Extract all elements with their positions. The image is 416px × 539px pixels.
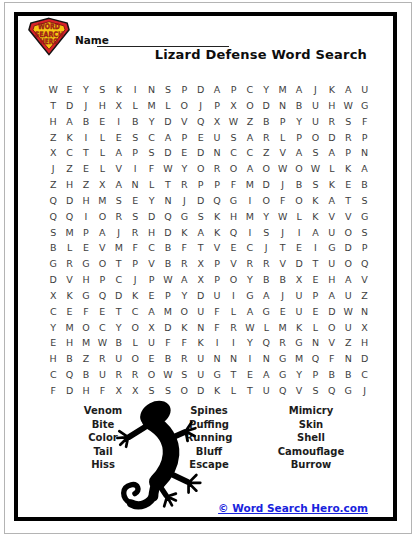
grid-cell: F: [45, 383, 61, 399]
grid-cell: A: [324, 145, 340, 161]
grid-cell: S: [307, 145, 323, 161]
grid-cell: L: [324, 161, 340, 177]
grid-cell: H: [324, 272, 340, 288]
grid-cell: V: [209, 240, 225, 256]
grid-cell: V: [291, 383, 307, 399]
grid-cell: N: [209, 351, 225, 367]
grid-cell: R: [94, 351, 110, 367]
grid-cell: P: [340, 145, 356, 161]
grid-cell: T: [111, 256, 127, 272]
grid-cell: R: [258, 256, 274, 272]
grid-cell: N: [193, 319, 209, 335]
grid-cell: N: [307, 335, 323, 351]
grid-cell: F: [324, 351, 340, 367]
grid-cell: W: [340, 304, 356, 320]
logo-hero: HERO: [40, 37, 59, 46]
grid-cell: M: [111, 240, 127, 256]
grid-cell: B: [78, 367, 94, 383]
grid-cell: E: [225, 240, 241, 256]
grid-cell: C: [143, 129, 159, 145]
grid-cell: G: [340, 383, 356, 399]
grid-cell: U: [324, 224, 340, 240]
grid-cell: D: [340, 240, 356, 256]
grid-cell: A: [176, 272, 192, 288]
grid-cell: D: [160, 319, 176, 335]
grid-cell: M: [61, 224, 77, 240]
grid-cell: D: [45, 272, 61, 288]
grid-cell: P: [160, 288, 176, 304]
grid-cell: P: [356, 240, 372, 256]
grid-cell: P: [307, 367, 323, 383]
grid-cell: O: [225, 161, 241, 177]
word-list-column-3: MimicrySkinShellCamouflageBurrow: [266, 404, 356, 472]
grid-cell: O: [242, 98, 258, 114]
grid-cell: C: [242, 240, 258, 256]
grid-cell: C: [111, 272, 127, 288]
grid-cell: N: [356, 145, 372, 161]
grid-cell: O: [78, 319, 94, 335]
grid-cell: X: [111, 98, 127, 114]
grid-cell: U: [340, 288, 356, 304]
grid-cell: K: [340, 161, 356, 177]
grid-cell: B: [291, 177, 307, 193]
grid-cell: Y: [176, 161, 192, 177]
grid-cell: P: [176, 82, 192, 98]
grid-cell: X: [127, 383, 143, 399]
grid-cell: J: [274, 224, 290, 240]
grid-cell: M: [242, 209, 258, 225]
grid-cell: S: [307, 383, 323, 399]
grid-cell: S: [193, 209, 209, 225]
grid-cell: Q: [61, 209, 77, 225]
grid-cell: V: [340, 209, 356, 225]
grid-cell: S: [176, 367, 192, 383]
grid-cell: U: [340, 319, 356, 335]
grid-cell: R: [61, 256, 77, 272]
grid-cell: E: [143, 288, 159, 304]
grid-cell: T: [340, 193, 356, 209]
grid-cell: V: [94, 240, 110, 256]
grid-cell: T: [274, 240, 290, 256]
grid-cell: R: [176, 256, 192, 272]
grid-cell: C: [225, 145, 241, 161]
grid-cell: X: [45, 288, 61, 304]
grid-cell: K: [307, 193, 323, 209]
grid-cell: K: [209, 224, 225, 240]
grid-cell: Q: [225, 224, 241, 240]
word-list-item: Shell: [266, 431, 356, 445]
grid-cell: O: [94, 209, 110, 225]
grid-cell: D: [61, 383, 77, 399]
grid-cell: W: [340, 98, 356, 114]
grid-cell: V: [274, 145, 290, 161]
grid-cell: K: [324, 82, 340, 98]
grid-cell: I: [127, 82, 143, 98]
grid-cell: B: [160, 240, 176, 256]
grid-cell: X: [143, 319, 159, 335]
grid-cell: D: [356, 351, 372, 367]
grid-cell: R: [274, 335, 290, 351]
word-list-item: Burrow: [266, 458, 356, 472]
grid-cell: P: [307, 288, 323, 304]
grid-cell: S: [143, 145, 159, 161]
grid-cell: V: [176, 114, 192, 130]
grid-cell: J: [78, 98, 94, 114]
grid-cell: A: [143, 304, 159, 320]
grid-cell: O: [324, 319, 340, 335]
grid-cell: Q: [61, 367, 77, 383]
grid-cell: T: [160, 177, 176, 193]
grid-cell: C: [94, 319, 110, 335]
grid-cell: Q: [193, 114, 209, 130]
grid-cell: T: [242, 383, 258, 399]
grid-cell: C: [242, 82, 258, 98]
name-blank-line[interactable]: [97, 36, 229, 47]
grid-cell: H: [45, 114, 61, 130]
grid-cell: Y: [258, 82, 274, 98]
grid-cell: W: [94, 335, 110, 351]
grid-cell: X: [356, 319, 372, 335]
grid-cell: I: [127, 161, 143, 177]
grid-cell: P: [143, 272, 159, 288]
grid-cell: P: [127, 256, 143, 272]
grid-cell: J: [111, 224, 127, 240]
grid-cell: P: [94, 272, 110, 288]
grid-cell: E: [94, 304, 110, 320]
grid-cell: A: [324, 288, 340, 304]
grid-cell: O: [291, 193, 307, 209]
grid-cell: U: [193, 351, 209, 367]
word-list-item: Camouflage: [266, 445, 356, 459]
grid-cell: A: [160, 129, 176, 145]
grid-cell: X: [45, 145, 61, 161]
grid-cell: B: [45, 240, 61, 256]
grid-cell: D: [324, 129, 340, 145]
grid-cell: S: [94, 82, 110, 98]
grid-cell: E: [307, 304, 323, 320]
grid-cell: B: [78, 114, 94, 130]
grid-cell: I: [225, 335, 241, 351]
grid-cell: X: [209, 114, 225, 130]
grid-cell: L: [143, 177, 159, 193]
grid-cell: F: [209, 319, 225, 335]
grid-cell: L: [225, 304, 241, 320]
grid-cell: P: [291, 129, 307, 145]
grid-cell: M: [274, 82, 290, 98]
grid-cell: Y: [45, 319, 61, 335]
grid-cell: R: [127, 224, 143, 240]
grid-cell: F: [176, 335, 192, 351]
grid-cell: Z: [340, 335, 356, 351]
grid-cell: W: [45, 82, 61, 98]
grid-cell: O: [291, 161, 307, 177]
grid-cell: V: [324, 209, 340, 225]
grid-cell: U: [143, 335, 159, 351]
grid-cell: K: [324, 177, 340, 193]
grid-cell: O: [127, 351, 143, 367]
grid-cell: H: [61, 335, 77, 351]
grid-cell: M: [78, 335, 94, 351]
grid-cell: A: [291, 82, 307, 98]
grid-cell: G: [274, 367, 290, 383]
grid-cell: H: [78, 193, 94, 209]
grid-cell: G: [324, 240, 340, 256]
grid-cell: J: [127, 272, 143, 288]
grid-cell: T: [111, 304, 127, 320]
grid-cell: X: [193, 256, 209, 272]
grid-cell: R: [242, 256, 258, 272]
grid-cell: F: [356, 114, 372, 130]
grid-cell: Y: [258, 209, 274, 225]
grid-cell: I: [78, 209, 94, 225]
grid-cell: N: [225, 351, 241, 367]
grid-cell: Z: [78, 177, 94, 193]
grid-cell: O: [258, 161, 274, 177]
grid-cell: U: [111, 351, 127, 367]
grid-cell: S: [127, 209, 143, 225]
grid-cell: Q: [356, 256, 372, 272]
grid-cell: C: [45, 304, 61, 320]
grid-cell: B: [258, 272, 274, 288]
grid-cell: R: [209, 161, 225, 177]
grid-cell: E: [143, 351, 159, 367]
grid-cell: F: [78, 304, 94, 320]
grid-cell: N: [209, 145, 225, 161]
grid-cell: S: [45, 224, 61, 240]
grid-cell: U: [209, 129, 225, 145]
grid-cell: S: [160, 82, 176, 98]
grid-cell: X: [111, 383, 127, 399]
grid-cell: A: [94, 224, 110, 240]
grid-cell: W: [160, 272, 176, 288]
grid-cell: K: [176, 319, 192, 335]
grid-cell: V: [143, 256, 159, 272]
grid-cell: S: [143, 383, 159, 399]
grid-cell: E: [274, 304, 290, 320]
grid-cell: Z: [61, 161, 77, 177]
grid-cell: U: [193, 304, 209, 320]
grid-cell: H: [143, 224, 159, 240]
grid-cell: E: [291, 240, 307, 256]
grid-cell: J: [193, 98, 209, 114]
grid-cell: E: [242, 367, 258, 383]
grid-cell: J: [307, 82, 323, 98]
grid-cell: O: [340, 224, 356, 240]
grid-cell: S: [340, 114, 356, 130]
grid-cell: E: [176, 145, 192, 161]
grid-cell: K: [61, 288, 77, 304]
grid-cell: U: [258, 383, 274, 399]
grid-cell: L: [291, 209, 307, 225]
grid-cell: J: [45, 161, 61, 177]
grid-cell: V: [111, 161, 127, 177]
grid-cell: J: [274, 288, 290, 304]
grid-cell: R: [340, 129, 356, 145]
grid-cell: S: [356, 224, 372, 240]
grid-cell: Y: [291, 367, 307, 383]
grid-cell: Y: [78, 82, 94, 98]
grid-cell: T: [225, 367, 241, 383]
grid-cell: H: [61, 177, 77, 193]
grid-cell: M: [61, 319, 77, 335]
grid-cell: N: [160, 193, 176, 209]
grid-cell: D: [160, 145, 176, 161]
grid-cell: B: [274, 272, 290, 288]
grid-cell: E: [340, 177, 356, 193]
grid-cell: O: [307, 129, 323, 145]
grid-cell: E: [45, 335, 61, 351]
grid-cell: K: [307, 209, 323, 225]
grid-cell: L: [61, 240, 77, 256]
grid-cell: H: [78, 383, 94, 399]
grid-cell: R: [324, 114, 340, 130]
grid-cell: H: [45, 351, 61, 367]
grid-cell: D: [61, 193, 77, 209]
grid-cell: V: [356, 272, 372, 288]
grid-cell: A: [61, 114, 77, 130]
grid-cell: Z: [78, 351, 94, 367]
grid-cell: I: [242, 224, 258, 240]
grid-cell: Q: [274, 383, 290, 399]
grid-cell: D: [193, 145, 209, 161]
grid-cell: B: [291, 98, 307, 114]
grid-cell: A: [324, 193, 340, 209]
grid-cell: G: [209, 367, 225, 383]
grid-cell: D: [193, 288, 209, 304]
grid-cell: D: [291, 256, 307, 272]
grid-cell: T: [78, 145, 94, 161]
grid-cell: H: [78, 272, 94, 288]
grid-cell: D: [160, 224, 176, 240]
grid-cell: A: [356, 161, 372, 177]
grid-cell: K: [111, 82, 127, 98]
grid-cell: E: [94, 114, 110, 130]
grid-cell: P: [127, 145, 143, 161]
grid-cell: I: [209, 335, 225, 351]
grid-cell: L: [127, 335, 143, 351]
grid-cell: K: [193, 335, 209, 351]
grid-cell: R: [111, 209, 127, 225]
grid-cell: B: [111, 335, 127, 351]
grid-cell: N: [258, 351, 274, 367]
grid-cell: L: [94, 129, 110, 145]
grid-cell: D: [143, 209, 159, 225]
grid-cell: I: [242, 351, 258, 367]
grid-cell: T: [307, 256, 323, 272]
grid-cell: Z: [242, 114, 258, 130]
grid-cell: R: [225, 319, 241, 335]
grid-cell: A: [209, 82, 225, 98]
grid-cell: C: [242, 145, 258, 161]
grid-cell: X: [291, 272, 307, 288]
grid-cell: R: [176, 177, 192, 193]
grid-cell: E: [61, 82, 77, 98]
grid-cell: Z: [356, 288, 372, 304]
grid-cell: K: [176, 224, 192, 240]
grid-cell: U: [94, 367, 110, 383]
grid-cell: M: [160, 304, 176, 320]
word-search-hero-link[interactable]: © Word Search Hero.com: [218, 502, 368, 514]
grid-cell: R: [258, 129, 274, 145]
grid-cell: P: [209, 98, 225, 114]
grid-cell: M: [94, 193, 110, 209]
grid-cell: Y: [291, 114, 307, 130]
grid-cell: D: [258, 98, 274, 114]
grid-cell: Q: [324, 383, 340, 399]
grid-cell: A: [242, 304, 258, 320]
grid-cell: U: [307, 98, 323, 114]
grid-cell: R: [127, 367, 143, 383]
grid-cell: H: [324, 98, 340, 114]
grid-cell: U: [209, 288, 225, 304]
grid-cell: E: [193, 129, 209, 145]
grid-cell: A: [111, 177, 127, 193]
grid-cell: A: [111, 145, 127, 161]
grid-cell: W: [160, 367, 176, 383]
grid-cell: V: [324, 335, 340, 351]
grid-cell: O: [176, 304, 192, 320]
grid-cell: Z: [258, 145, 274, 161]
grid-cell: S: [160, 383, 176, 399]
grid-cell: W: [307, 161, 323, 177]
grid-cell: V: [61, 272, 77, 288]
grid-cell: D: [193, 383, 209, 399]
grid-cell: B: [61, 351, 77, 367]
grid-cell: L: [160, 98, 176, 114]
grid-cell: U: [324, 256, 340, 272]
grid-cell: L: [225, 383, 241, 399]
grid-cell: H: [94, 98, 110, 114]
grid-cell: C: [45, 367, 61, 383]
grid-cell: D: [111, 288, 127, 304]
grid-cell: P: [193, 177, 209, 193]
grid-cell: M: [291, 351, 307, 367]
word-list-item: Skin: [266, 418, 356, 432]
grid-cell: U: [307, 114, 323, 130]
grid-cell: S: [307, 177, 323, 193]
grid-cell: O: [176, 383, 192, 399]
grid-cell: O: [176, 98, 192, 114]
grid-cell: F: [274, 193, 290, 209]
grid-cell: P: [356, 129, 372, 145]
grid-cell: F: [94, 383, 110, 399]
grid-cell: C: [61, 145, 77, 161]
grid-cell: Y: [176, 288, 192, 304]
grid-cell: U: [356, 82, 372, 98]
grid-cell: R: [176, 351, 192, 367]
grid-cell: S: [258, 224, 274, 240]
grid-cell: K: [209, 209, 225, 225]
grid-cell: P: [225, 82, 241, 98]
grid-cell: W: [160, 161, 176, 177]
grid-cell: X: [193, 272, 209, 288]
grid-cell: G: [242, 288, 258, 304]
grid-cell: B: [127, 114, 143, 130]
grid-cell: E: [78, 161, 94, 177]
grid-cell: Q: [45, 193, 61, 209]
grid-cell: Q: [94, 288, 110, 304]
grid-cell: O: [225, 272, 241, 288]
grid-cell: Y: [242, 272, 258, 288]
grid-cell: S: [111, 193, 127, 209]
grid-cell: J: [176, 193, 192, 209]
grid-cell: D: [324, 304, 340, 320]
grid-cell: Q: [258, 335, 274, 351]
grid-cell: Y: [242, 335, 258, 351]
grid-cell: N: [143, 82, 159, 98]
grid-cell: L: [258, 319, 274, 335]
grid-cell: F: [209, 304, 225, 320]
